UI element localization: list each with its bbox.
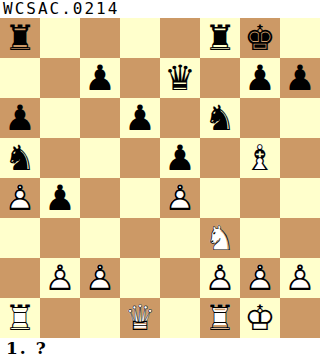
black-knight: ♞: [200, 98, 240, 138]
white-piece-fill: ♚: [240, 298, 280, 338]
white-pawn: ♙: [280, 258, 320, 298]
white-piece-fill: ♝: [240, 138, 280, 178]
square-a3[interactable]: [0, 218, 40, 258]
square-g1[interactable]: ♚♔: [240, 298, 280, 338]
white-piece-fill: ♟: [80, 258, 120, 298]
white-rook: ♖: [0, 298, 40, 338]
square-c4[interactable]: [80, 178, 120, 218]
white-pawn: ♙: [160, 178, 200, 218]
square-b3[interactable]: [40, 218, 80, 258]
square-h3[interactable]: [280, 218, 320, 258]
square-b7[interactable]: [40, 58, 80, 98]
square-c2[interactable]: ♟♙: [80, 258, 120, 298]
square-e3[interactable]: [160, 218, 200, 258]
square-e2[interactable]: [160, 258, 200, 298]
problem-id-title: WCSAC.0214: [3, 0, 119, 18]
black-pawn: ♟: [40, 178, 80, 218]
square-a4[interactable]: ♟♙: [0, 178, 40, 218]
white-piece-fill: ♟: [160, 178, 200, 218]
white-pawn: ♙: [240, 258, 280, 298]
square-h2[interactable]: ♟♙: [280, 258, 320, 298]
black-pawn: ♟: [280, 58, 320, 98]
square-c3[interactable]: [80, 218, 120, 258]
square-a8[interactable]: ♜: [0, 18, 40, 58]
square-b6[interactable]: [40, 98, 80, 138]
white-knight: ♘: [200, 218, 240, 258]
square-c1[interactable]: [80, 298, 120, 338]
square-e5[interactable]: ♟: [160, 138, 200, 178]
white-piece-fill: ♟: [0, 178, 40, 218]
square-g7[interactable]: ♟: [240, 58, 280, 98]
black-pawn: ♟: [240, 58, 280, 98]
square-c5[interactable]: [80, 138, 120, 178]
square-c6[interactable]: [80, 98, 120, 138]
square-f7[interactable]: [200, 58, 240, 98]
white-bishop: ♗: [240, 138, 280, 178]
square-e8[interactable]: [160, 18, 200, 58]
square-e7[interactable]: ♛: [160, 58, 200, 98]
white-piece-fill: ♟: [280, 258, 320, 298]
square-d1[interactable]: ♛♕: [120, 298, 160, 338]
chess-problem-page: WCSAC.0214 ♜♜♚♟♛♟♟♟♟♞♞♟♝♗♟♙♟♟♙♞♘♟♙♟♙♟♙♟♙…: [0, 0, 320, 360]
square-h8[interactable]: [280, 18, 320, 58]
square-b8[interactable]: [40, 18, 80, 58]
black-knight: ♞: [0, 138, 40, 178]
square-d4[interactable]: [120, 178, 160, 218]
square-h7[interactable]: ♟: [280, 58, 320, 98]
white-piece-fill: ♛: [120, 298, 160, 338]
square-d2[interactable]: [120, 258, 160, 298]
square-h5[interactable]: [280, 138, 320, 178]
square-d7[interactable]: [120, 58, 160, 98]
square-g4[interactable]: [240, 178, 280, 218]
square-f3[interactable]: ♞♘: [200, 218, 240, 258]
square-g3[interactable]: [240, 218, 280, 258]
square-f6[interactable]: ♞: [200, 98, 240, 138]
black-queen: ♛: [160, 58, 200, 98]
square-d8[interactable]: [120, 18, 160, 58]
white-piece-fill: ♟: [200, 258, 240, 298]
white-queen: ♕: [120, 298, 160, 338]
black-rook: ♜: [200, 18, 240, 58]
square-a2[interactable]: [0, 258, 40, 298]
white-king: ♔: [240, 298, 280, 338]
square-d5[interactable]: [120, 138, 160, 178]
square-c8[interactable]: [80, 18, 120, 58]
white-pawn: ♙: [200, 258, 240, 298]
black-pawn: ♟: [160, 138, 200, 178]
square-e6[interactable]: [160, 98, 200, 138]
black-pawn: ♟: [120, 98, 160, 138]
white-pawn: ♙: [0, 178, 40, 218]
white-piece-fill: ♟: [40, 258, 80, 298]
black-king: ♚: [240, 18, 280, 58]
black-pawn: ♟: [0, 98, 40, 138]
square-g6[interactable]: [240, 98, 280, 138]
square-d3[interactable]: [120, 218, 160, 258]
square-f1[interactable]: ♜♖: [200, 298, 240, 338]
white-piece-fill: ♟: [240, 258, 280, 298]
square-a7[interactable]: [0, 58, 40, 98]
square-e4[interactable]: ♟♙: [160, 178, 200, 218]
white-pawn: ♙: [40, 258, 80, 298]
white-piece-fill: ♜: [0, 298, 40, 338]
square-g2[interactable]: ♟♙: [240, 258, 280, 298]
square-g5[interactable]: ♝♗: [240, 138, 280, 178]
square-c7[interactable]: ♟: [80, 58, 120, 98]
black-pawn: ♟: [80, 58, 120, 98]
white-pawn: ♙: [80, 258, 120, 298]
square-e1[interactable]: [160, 298, 200, 338]
square-a6[interactable]: ♟: [0, 98, 40, 138]
square-h6[interactable]: [280, 98, 320, 138]
square-f2[interactable]: ♟♙: [200, 258, 240, 298]
square-b2[interactable]: ♟♙: [40, 258, 80, 298]
square-a5[interactable]: ♞: [0, 138, 40, 178]
square-a1[interactable]: ♜♖: [0, 298, 40, 338]
square-d6[interactable]: ♟: [120, 98, 160, 138]
square-b1[interactable]: [40, 298, 80, 338]
square-f4[interactable]: [200, 178, 240, 218]
black-rook: ♜: [0, 18, 40, 58]
square-h1[interactable]: [280, 298, 320, 338]
square-h4[interactable]: [280, 178, 320, 218]
white-rook: ♖: [200, 298, 240, 338]
move-prompt: 1. ?: [6, 337, 48, 360]
square-f8[interactable]: ♜: [200, 18, 240, 58]
square-b5[interactable]: [40, 138, 80, 178]
square-b4[interactable]: ♟: [40, 178, 80, 218]
square-f5[interactable]: [200, 138, 240, 178]
chess-board: ♜♜♚♟♛♟♟♟♟♞♞♟♝♗♟♙♟♟♙♞♘♟♙♟♙♟♙♟♙♟♙♜♖♛♕♜♖♚♔: [0, 18, 320, 338]
white-piece-fill: ♜: [200, 298, 240, 338]
white-piece-fill: ♞: [200, 218, 240, 258]
square-g8[interactable]: ♚: [240, 18, 280, 58]
